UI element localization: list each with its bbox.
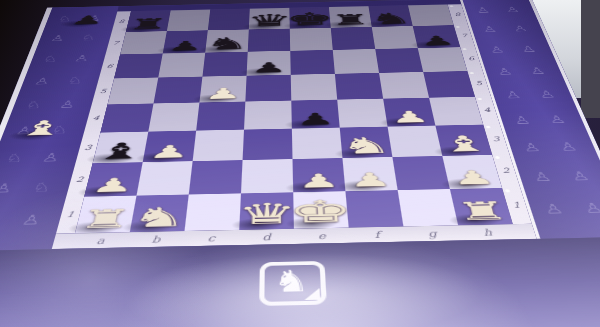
square-e7[interactable] <box>290 28 333 51</box>
piece-white-bishop-captured-left-border[interactable]: ♝ <box>15 108 72 138</box>
piece-glyph: ♜ <box>330 13 371 27</box>
square-c3[interactable] <box>193 130 244 162</box>
rank-label-7-right: 7 <box>456 33 472 39</box>
piece-black-pawn-e4[interactable]: ♟ <box>291 98 339 127</box>
border-pawn-outline-icon: ♙ <box>0 182 14 195</box>
border-knight-outline-icon: ♘ <box>80 34 96 42</box>
square-d2[interactable] <box>241 159 293 193</box>
border-pawn-outline-icon: ♙ <box>505 6 521 14</box>
piece-black-rook-f8[interactable]: ♜ <box>329 5 372 27</box>
square-a5[interactable] <box>108 78 159 105</box>
square-d1[interactable] <box>239 192 294 230</box>
border-pawn-outline-icon: ♙ <box>547 114 567 125</box>
piece-glyph: ♟ <box>204 86 242 101</box>
border-pawn-outline-icon: ♙ <box>522 142 542 154</box>
piece-black-pawn-b7[interactable]: ♟ <box>163 29 208 52</box>
piece-glyph: ♚ <box>285 10 335 27</box>
piece-black-pawn-h7[interactable]: ♟ <box>412 24 460 47</box>
border-pawn-outline-icon: ♙ <box>496 67 514 76</box>
square-c2[interactable] <box>189 160 243 194</box>
chessboard-photo-scene: ♘♙♙♘♘♙♙♘♘♙♙♘♘♙♙♘♘♙ ♙♙♙♙♙♙♙♙♙♙♙♙♙♙♙♙♙♙ 87… <box>0 0 600 327</box>
square-h5[interactable] <box>423 71 475 98</box>
border-pawn-outline-icon: ♙ <box>570 170 592 183</box>
border-pawn-outline-icon: ♙ <box>538 89 557 99</box>
square-e5[interactable] <box>291 74 337 101</box>
piece-black-pawn-captured-top-border[interactable]: ♟ <box>65 4 111 25</box>
square-c4[interactable] <box>196 102 245 131</box>
sensor-dot <box>495 156 500 159</box>
square-f1[interactable] <box>345 190 403 227</box>
file-label-g: g <box>404 228 461 240</box>
border-pawn-outline-icon: ♙ <box>512 25 529 33</box>
square-e1[interactable] <box>293 191 348 229</box>
border-knight-outline-icon: ♘ <box>31 181 52 194</box>
square-g5[interactable] <box>379 72 429 99</box>
piece-black-knight-c7[interactable]: ♞ <box>205 28 249 51</box>
piece-glyph: ♟ <box>251 61 287 75</box>
square-f6[interactable] <box>333 49 379 74</box>
rank-label-8-right: 8 <box>450 12 466 17</box>
square-a6[interactable] <box>114 53 163 78</box>
rank-label-6-right: 6 <box>463 56 480 62</box>
border-knight-outline-icon: ♘ <box>4 152 25 164</box>
piece-white-pawn-c5[interactable]: ♟ <box>200 74 247 101</box>
piece-black-pawn-d6[interactable]: ♟ <box>247 49 291 74</box>
border-knight-outline-icon: ♘ <box>0 214 3 228</box>
piece-glyph: ♟ <box>389 109 431 125</box>
sensor-dot <box>477 98 482 100</box>
piece-glyph: ♞ <box>204 35 249 51</box>
border-pawn-outline-icon: ♙ <box>528 66 546 75</box>
square-h4[interactable] <box>429 97 483 126</box>
square-c1[interactable] <box>185 193 241 231</box>
piece-black-king-e8[interactable]: ♚ <box>289 6 330 28</box>
sensor-dot <box>450 5 454 7</box>
border-pawn-outline-icon: ♙ <box>475 6 491 14</box>
rank-label-1-right: 1 <box>506 201 527 210</box>
rank-label-5-right: 5 <box>470 80 488 86</box>
square-f7[interactable] <box>331 27 375 50</box>
border-pawn-outline-icon: ♙ <box>520 45 538 54</box>
border-pawn-outline-icon: ♙ <box>543 202 566 216</box>
border-pawn-outline-icon: ♙ <box>513 115 533 126</box>
file-label-e: e <box>294 230 350 242</box>
square-g3[interactable] <box>388 126 443 157</box>
border-pawn-outline-icon: ♙ <box>482 25 499 33</box>
border-pawn-outline-icon: ♙ <box>582 201 600 215</box>
square-b8[interactable] <box>167 10 210 32</box>
square-e6[interactable] <box>290 50 335 75</box>
border-pawn-outline-icon: ♙ <box>489 45 506 54</box>
piece-black-queen-d8[interactable]: ♛ <box>249 7 290 29</box>
light-glow <box>115 249 495 327</box>
rank-label-5-left: 5 <box>94 88 111 95</box>
border-knight-outline-icon: ♘ <box>66 76 84 86</box>
square-g1[interactable] <box>398 189 458 226</box>
logo-knight-icon: ♞ <box>259 261 327 306</box>
sensor-dot <box>456 26 460 28</box>
piece-glyph: ♞ <box>368 11 413 26</box>
border-pawn-outline-icon: ♙ <box>20 213 42 227</box>
square-b6[interactable] <box>158 53 205 78</box>
piece-black-rook-a8[interactable]: ♜ <box>126 9 171 31</box>
file-label-h: h <box>459 227 517 239</box>
square-b1[interactable] <box>130 195 189 233</box>
piece-white-pawn-g4[interactable]: ♟ <box>383 96 435 125</box>
background-wall-edge <box>581 0 600 118</box>
sensor-dot <box>505 189 510 192</box>
border-pawn-outline-icon: ♙ <box>504 90 523 100</box>
square-b2[interactable] <box>137 161 193 195</box>
file-label-f: f <box>349 229 406 241</box>
square-f5[interactable] <box>335 73 383 100</box>
square-h8[interactable] <box>408 5 454 26</box>
sensor-dot <box>470 72 475 74</box>
square-a1[interactable] <box>75 196 136 234</box>
square-g2[interactable] <box>392 156 449 190</box>
rank-label-7-left: 7 <box>108 40 124 46</box>
file-label-a: a <box>72 235 130 247</box>
border-pawn-outline-icon: ♙ <box>33 77 51 87</box>
square-a4[interactable] <box>100 103 153 132</box>
square-d3[interactable] <box>243 129 293 161</box>
border-knight-outline-icon: ♘ <box>42 55 59 64</box>
file-label-b: b <box>127 234 184 246</box>
piece-black-knight-g8[interactable]: ♞ <box>368 4 412 26</box>
square-g6[interactable] <box>375 48 423 73</box>
chess-board[interactable]: ♘♙♙♘♘♙♙♘♘♙♙♘♘♙♙♘♘♙ ♙♙♙♙♙♙♙♙♙♙♙♙♙♙♙♙♙♙ 87… <box>0 0 600 327</box>
piece-glyph: ♟ <box>296 111 336 127</box>
file-label-d: d <box>239 231 295 243</box>
sensor-dot <box>486 126 491 129</box>
logo-corner-shape <box>304 288 320 300</box>
rank-label-4-left: 4 <box>87 115 105 122</box>
piece-glyph: ♜ <box>127 17 169 31</box>
piece-glyph: ♟ <box>419 34 457 47</box>
square-d7[interactable] <box>248 29 291 52</box>
piece-glyph: ♟ <box>167 40 203 53</box>
square-b4[interactable] <box>148 103 199 132</box>
rank-label-2-right: 2 <box>496 166 516 174</box>
square-d5[interactable] <box>245 75 291 102</box>
square-h6[interactable] <box>418 47 468 72</box>
border-pawn-outline-icon: ♙ <box>532 171 554 184</box>
border-pawn-outline-icon: ♙ <box>558 141 579 153</box>
border-pawn-outline-icon: ♙ <box>41 152 61 164</box>
sensor-dot <box>462 48 466 50</box>
file-label-c: c <box>183 232 239 244</box>
board-front-apron: ♞ <box>0 237 600 327</box>
rank-label-6-left: 6 <box>101 63 118 69</box>
piece-glyph: ♟ <box>69 14 105 26</box>
logo-knight-glyph: ♞ <box>273 266 310 297</box>
border-pawn-outline-icon: ♙ <box>49 34 66 42</box>
border-pawn-outline-icon: ♙ <box>73 54 90 63</box>
square-e3[interactable] <box>292 128 343 159</box>
square-h1[interactable] <box>450 188 513 225</box>
rank-label-4-right: 4 <box>478 106 496 113</box>
piece-glyph: ♝ <box>14 118 69 138</box>
